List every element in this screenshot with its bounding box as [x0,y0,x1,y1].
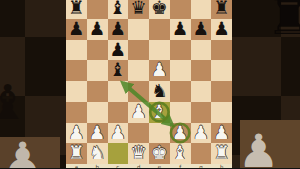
square-g3[interactable] [191,102,212,123]
square-d1[interactable]: ♛ [128,143,149,164]
file-label-e: e [149,165,170,169]
piece-black-pawn[interactable]: ♟ [89,18,106,39]
file-coordinates-strip: abcdefgh [66,164,232,168]
square-f6[interactable] [170,40,191,61]
square-h5[interactable] [211,60,232,81]
square-c7[interactable]: ♟ [108,19,129,40]
background-pawn-icon: ♟ [238,128,279,168]
square-g2[interactable]: ♟ [191,123,212,144]
video-frame: ♝ ♟ ♜ ♟ ♜♝♛♚♜♟♟♟♟♟♟♟♝♟♞♟♝♟♟♟♟♟♟♜♞♛♚♝♜ ab… [0,0,300,168]
file-label-h: h [211,165,232,169]
square-d6[interactable] [128,40,149,61]
piece-black-king[interactable]: ♚ [151,0,168,18]
square-h2[interactable]: ♟ [211,123,232,144]
square-g7[interactable]: ♟ [191,19,212,40]
file-label-b: b [87,165,108,169]
chess-board: ♜♝♛♚♜♟♟♟♟♟♟♟♝♟♞♟♝♟♟♟♟♟♟♜♞♛♚♝♜ [66,0,232,164]
square-d2[interactable] [128,123,149,144]
square-b5[interactable] [87,60,108,81]
square-a6[interactable] [66,40,87,61]
piece-white-pawn[interactable]: ♟ [213,122,230,143]
square-g8[interactable] [191,0,212,19]
square-c2[interactable]: ♟ [108,123,129,144]
square-e7[interactable] [149,19,170,40]
square-a3[interactable] [66,102,87,123]
square-d5[interactable] [128,60,149,81]
square-c6[interactable]: ♟ [108,40,129,61]
square-e6[interactable] [149,40,170,61]
square-b8[interactable] [87,0,108,19]
square-e8[interactable]: ♚ [149,0,170,19]
square-e2[interactable] [149,123,170,144]
square-g1[interactable] [191,143,212,164]
square-d4[interactable] [128,81,149,102]
piece-black-knight[interactable]: ♞ [151,81,168,102]
piece-white-knight[interactable]: ♞ [89,143,106,164]
square-a7[interactable]: ♟ [66,19,87,40]
square-g4[interactable] [191,81,212,102]
piece-white-rook[interactable]: ♜ [213,143,230,164]
piece-black-bishop[interactable]: ♝ [110,60,127,81]
square-a5[interactable] [66,60,87,81]
square-b6[interactable] [87,40,108,61]
piece-black-pawn[interactable]: ♟ [110,18,127,39]
square-f1[interactable]: ♝ [170,143,191,164]
square-e5[interactable]: ♟ [149,60,170,81]
square-f4[interactable] [170,81,191,102]
square-e1[interactable]: ♚ [149,143,170,164]
file-label-c: c [108,165,129,169]
square-d7[interactable] [128,19,149,40]
piece-black-pawn[interactable]: ♟ [172,18,189,39]
square-c4[interactable] [108,81,129,102]
piece-black-pawn[interactable]: ♟ [68,18,85,39]
piece-black-rook[interactable]: ♜ [68,0,85,18]
square-f7[interactable]: ♟ [170,19,191,40]
square-h4[interactable] [211,81,232,102]
square-e4[interactable]: ♞ [149,81,170,102]
square-b7[interactable]: ♟ [87,19,108,40]
square-b3[interactable] [87,102,108,123]
square-h1[interactable]: ♜ [211,143,232,164]
piece-white-pawn[interactable]: ♟ [130,101,147,122]
square-h7[interactable]: ♟ [211,19,232,40]
piece-white-pawn[interactable]: ♟ [68,122,85,143]
square-f5[interactable] [170,60,191,81]
square-c3[interactable] [108,102,129,123]
background-bishop-icon: ♝ [0,78,29,126]
square-c5[interactable]: ♝ [108,60,129,81]
square-a1[interactable]: ♜ [66,143,87,164]
square-g5[interactable] [191,60,212,81]
square-c8[interactable]: ♝ [108,0,129,19]
piece-white-pawn[interactable]: ♟ [110,122,127,143]
square-a8[interactable]: ♜ [66,0,87,19]
square-f2[interactable]: ♟ [170,123,191,144]
square-a4[interactable] [66,81,87,102]
letterbox-background-right: ♜ ♟ [232,0,300,168]
square-h3[interactable] [211,102,232,123]
square-b2[interactable]: ♟ [87,123,108,144]
square-d3[interactable]: ♟ [128,102,149,123]
piece-white-bishop[interactable]: ♝ [151,101,168,122]
square-f8[interactable] [170,0,191,19]
piece-white-pawn[interactable]: ♟ [193,122,210,143]
piece-black-pawn[interactable]: ♟ [193,18,210,39]
piece-black-bishop[interactable]: ♝ [110,0,127,18]
background-rook-icon: ♜ [266,0,300,42]
file-label-a: a [66,165,87,169]
file-label-g: g [191,165,212,169]
file-label-d: d [128,165,149,169]
piece-white-queen[interactable]: ♛ [130,143,147,164]
piece-black-queen[interactable]: ♛ [130,0,147,18]
square-g6[interactable] [191,40,212,61]
square-c1[interactable] [108,143,129,164]
square-a2[interactable]: ♟ [66,123,87,144]
square-e3[interactable]: ♝ [149,102,170,123]
piece-white-pawn[interactable]: ♟ [89,122,106,143]
square-b4[interactable] [87,81,108,102]
piece-white-pawn[interactable]: ♟ [151,60,168,81]
background-pawn-icon: ♟ [2,136,43,168]
piece-black-rook[interactable]: ♜ [213,0,230,18]
piece-white-bishop[interactable]: ♝ [172,143,189,164]
square-d8[interactable]: ♛ [128,0,149,19]
piece-white-king[interactable]: ♚ [151,143,168,164]
piece-black-pawn[interactable]: ♟ [213,18,230,39]
square-f3[interactable] [170,102,191,123]
piece-white-rook[interactable]: ♜ [68,143,85,164]
letterbox-background-left: ♝ ♟ [0,0,66,168]
file-label-f: f [170,165,191,169]
piece-white-pawn[interactable]: ♟ [172,122,189,143]
square-b1[interactable]: ♞ [87,143,108,164]
piece-black-pawn[interactable]: ♟ [110,39,127,60]
square-h8[interactable]: ♜ [211,0,232,19]
square-h6[interactable] [211,40,232,61]
